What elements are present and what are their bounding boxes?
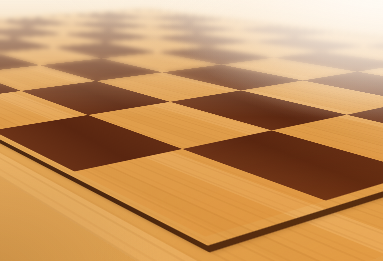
board-squares-grid [0,11,383,237]
board-photo-scene [0,0,383,261]
chess-board-frame [0,7,383,261]
